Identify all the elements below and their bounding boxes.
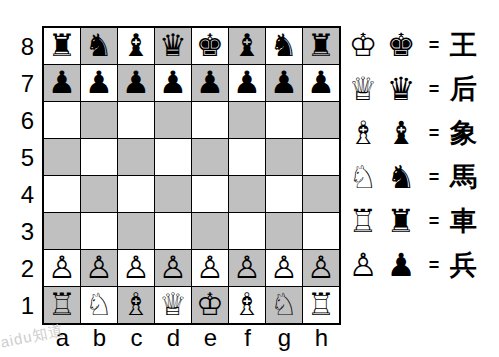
square-e1[interactable]: ♔ [192, 287, 228, 323]
legend-white-bishop-icon: ♗ [344, 117, 382, 149]
rank-label-6: 6 [8, 102, 38, 139]
piece-white-knight-b1: ♘ [85, 289, 113, 320]
square-a3[interactable] [44, 213, 80, 249]
square-d1[interactable]: ♕ [155, 287, 191, 323]
chess-diagram: 87654321 ♜♞♝♛♚♝♞♜♟♟♟♟♟♟♟♟♙♙♙♙♙♙♙♙♖♘♗♕♔♗♘… [0, 0, 499, 357]
piece-white-pawn-d2: ♙ [159, 252, 187, 283]
file-label-f: f [229, 325, 266, 353]
square-c3[interactable] [118, 213, 154, 249]
legend-row-knight: ♘♞=馬 [344, 155, 478, 199]
square-f8[interactable]: ♝ [229, 28, 265, 64]
square-d7[interactable]: ♟ [155, 65, 191, 101]
square-d6[interactable] [155, 102, 191, 138]
square-e7[interactable]: ♟ [192, 65, 228, 101]
legend-row-bishop: ♗♝=象 [344, 111, 478, 155]
square-h3[interactable] [303, 213, 339, 249]
legend-black-knight-icon: ♞ [382, 161, 420, 193]
piece-black-pawn-c7: ♟ [122, 67, 150, 98]
square-d2[interactable]: ♙ [155, 250, 191, 286]
legend-black-rook-icon: ♜ [382, 205, 420, 237]
piece-black-pawn-g7: ♟ [270, 67, 298, 98]
piece-white-rook-h1: ♖ [307, 289, 335, 320]
file-label-e: e [192, 325, 229, 353]
square-e3[interactable] [192, 213, 228, 249]
rank-label-3: 3 [8, 213, 38, 250]
square-d8[interactable]: ♛ [155, 28, 191, 64]
square-b7[interactable]: ♟ [81, 65, 117, 101]
piece-black-knight-b8: ♞ [85, 30, 113, 61]
piece-black-pawn-e7: ♟ [196, 67, 224, 98]
square-e8[interactable]: ♚ [192, 28, 228, 64]
square-a8[interactable]: ♜ [44, 28, 80, 64]
legend-row-queen: ♕♛=后 [344, 67, 478, 111]
square-g4[interactable] [266, 176, 302, 212]
legend-white-king-icon: ♔ [344, 29, 382, 61]
legend-name-knight: 馬 [450, 159, 478, 195]
piece-white-knight-g1: ♘ [270, 289, 298, 320]
piece-black-pawn-d7: ♟ [159, 67, 187, 98]
square-c4[interactable] [118, 176, 154, 212]
piece-white-bishop-c1: ♗ [122, 289, 150, 320]
square-b5[interactable] [81, 139, 117, 175]
square-c7[interactable]: ♟ [118, 65, 154, 101]
legend-row-rook: ♖♜=車 [344, 199, 478, 243]
rank-label-7: 7 [8, 65, 38, 102]
file-label-h: h [303, 325, 340, 353]
piece-white-pawn-e2: ♙ [196, 252, 224, 283]
legend-black-queen-icon: ♛ [382, 73, 420, 105]
square-c2[interactable]: ♙ [118, 250, 154, 286]
square-f4[interactable] [229, 176, 265, 212]
file-label-c: c [118, 325, 155, 353]
square-a5[interactable] [44, 139, 80, 175]
piece-black-queen-d8: ♛ [159, 30, 187, 61]
square-f6[interactable] [229, 102, 265, 138]
file-label-d: d [155, 325, 192, 353]
square-e5[interactable] [192, 139, 228, 175]
piece-white-pawn-f2: ♙ [233, 252, 261, 283]
piece-white-pawn-h2: ♙ [307, 252, 335, 283]
square-g7[interactable]: ♟ [266, 65, 302, 101]
square-c1[interactable]: ♗ [118, 287, 154, 323]
square-a4[interactable] [44, 176, 80, 212]
legend-white-pawn-icon: ♙ [344, 249, 382, 281]
file-label-b: b [81, 325, 118, 353]
legend-equals-queen: = [420, 79, 448, 100]
piece-black-bishop-f8: ♝ [233, 30, 261, 61]
piece-white-queen-d1: ♕ [159, 289, 187, 320]
square-g2[interactable]: ♙ [266, 250, 302, 286]
square-g1[interactable]: ♘ [266, 287, 302, 323]
square-h5[interactable] [303, 139, 339, 175]
file-labels: abcdefgh [44, 325, 340, 353]
square-g5[interactable] [266, 139, 302, 175]
piece-black-king-e8: ♚ [196, 30, 224, 61]
board: ♜♞♝♛♚♝♞♜♟♟♟♟♟♟♟♟♙♙♙♙♙♙♙♙♖♘♗♕♔♗♘♖ [42, 26, 341, 325]
piece-black-rook-h8: ♜ [307, 30, 335, 61]
square-b6[interactable] [81, 102, 117, 138]
square-h6[interactable] [303, 102, 339, 138]
legend-row-king: ♔♚=王 [344, 23, 478, 67]
rank-label-5: 5 [8, 139, 38, 176]
square-h4[interactable] [303, 176, 339, 212]
rank-label-1: 1 [8, 287, 38, 324]
rank-label-4: 4 [8, 176, 38, 213]
square-b4[interactable] [81, 176, 117, 212]
square-h2[interactable]: ♙ [303, 250, 339, 286]
square-f2[interactable]: ♙ [229, 250, 265, 286]
square-h1[interactable]: ♖ [303, 287, 339, 323]
piece-white-king-e1: ♔ [196, 289, 224, 320]
square-g6[interactable] [266, 102, 302, 138]
legend-name-king: 王 [450, 27, 478, 63]
square-a2[interactable]: ♙ [44, 250, 80, 286]
legend-black-bishop-icon: ♝ [382, 117, 420, 149]
legend-name-queen: 后 [450, 71, 478, 107]
square-f5[interactable] [229, 139, 265, 175]
legend-name-rook: 車 [450, 203, 478, 239]
piece-black-pawn-h7: ♟ [307, 67, 335, 98]
square-a1[interactable]: ♖ [44, 287, 80, 323]
square-d4[interactable] [155, 176, 191, 212]
legend-equals-king: = [420, 35, 448, 56]
legend-white-queen-icon: ♕ [344, 73, 382, 105]
piece-black-pawn-a7: ♟ [48, 67, 76, 98]
legend-black-king-icon: ♚ [382, 29, 420, 61]
square-c6[interactable] [118, 102, 154, 138]
piece-black-pawn-b7: ♟ [85, 67, 113, 98]
legend-white-rook-icon: ♖ [344, 205, 382, 237]
piece-black-rook-a8: ♜ [48, 30, 76, 61]
legend: ♔♚=王♕♛=后♗♝=象♘♞=馬♖♜=車♙♟=兵 [344, 23, 478, 287]
square-e6[interactable] [192, 102, 228, 138]
rank-label-2: 2 [8, 250, 38, 287]
square-e2[interactable]: ♙ [192, 250, 228, 286]
square-a7[interactable]: ♟ [44, 65, 80, 101]
square-f7[interactable]: ♟ [229, 65, 265, 101]
piece-black-knight-g8: ♞ [270, 30, 298, 61]
square-c5[interactable] [118, 139, 154, 175]
square-b1[interactable]: ♘ [81, 287, 117, 323]
square-a6[interactable] [44, 102, 80, 138]
piece-white-rook-a1: ♖ [48, 289, 76, 320]
legend-name-bishop: 象 [450, 115, 478, 151]
piece-white-pawn-c2: ♙ [122, 252, 150, 283]
square-g8[interactable]: ♞ [266, 28, 302, 64]
legend-black-pawn-icon: ♟ [382, 249, 420, 281]
legend-white-knight-icon: ♘ [344, 161, 382, 193]
piece-white-pawn-a2: ♙ [48, 252, 76, 283]
square-b2[interactable]: ♙ [81, 250, 117, 286]
legend-row-pawn: ♙♟=兵 [344, 243, 478, 287]
square-h7[interactable]: ♟ [303, 65, 339, 101]
square-d3[interactable] [155, 213, 191, 249]
square-g3[interactable] [266, 213, 302, 249]
square-e4[interactable] [192, 176, 228, 212]
square-b3[interactable] [81, 213, 117, 249]
square-c8[interactable]: ♝ [118, 28, 154, 64]
square-b8[interactable]: ♞ [81, 28, 117, 64]
legend-equals-pawn: = [420, 255, 448, 276]
legend-equals-bishop: = [420, 123, 448, 144]
legend-equals-knight: = [420, 167, 448, 188]
rank-labels: 87654321 [8, 28, 38, 324]
square-d5[interactable] [155, 139, 191, 175]
piece-black-bishop-c8: ♝ [122, 30, 150, 61]
piece-white-pawn-g2: ♙ [270, 252, 298, 283]
square-f3[interactable] [229, 213, 265, 249]
legend-equals-rook: = [420, 211, 448, 232]
rank-label-8: 8 [8, 28, 38, 65]
square-f1[interactable]: ♗ [229, 287, 265, 323]
square-h8[interactable]: ♜ [303, 28, 339, 64]
piece-white-pawn-b2: ♙ [85, 252, 113, 283]
piece-black-pawn-f7: ♟ [233, 67, 261, 98]
piece-white-bishop-f1: ♗ [233, 289, 261, 320]
file-label-g: g [266, 325, 303, 353]
legend-name-pawn: 兵 [450, 247, 478, 283]
